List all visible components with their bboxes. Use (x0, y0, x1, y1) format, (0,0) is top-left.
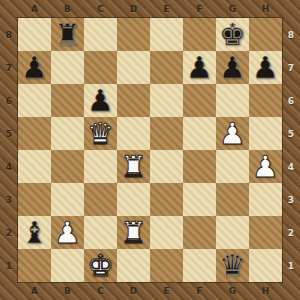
square-f2[interactable] (183, 216, 216, 249)
coord-label-file-top-b: B (51, 0, 84, 18)
piece-black-king[interactable]: ♚ (216, 18, 249, 51)
coord-label-rank-left-5: 5 (0, 117, 18, 150)
coord-label-file-bottom-c: C (84, 282, 117, 300)
coord-label-rank-right-4: 4 (282, 150, 300, 183)
square-g7[interactable]: ♟ (216, 51, 249, 84)
square-h8[interactable] (249, 18, 282, 51)
square-d2[interactable]: ♜ (117, 216, 150, 249)
square-c5[interactable]: ♛ (84, 117, 117, 150)
coord-label-rank-left-8: 8 (0, 18, 18, 51)
square-h5[interactable] (249, 117, 282, 150)
square-e2[interactable] (150, 216, 183, 249)
square-e8[interactable] (150, 18, 183, 51)
square-c4[interactable] (84, 150, 117, 183)
file-labels-bottom: ABCDEFGH (18, 282, 282, 300)
coord-label-rank-left-4: 4 (0, 150, 18, 183)
square-f4[interactable] (183, 150, 216, 183)
square-a8[interactable] (18, 18, 51, 51)
coord-label-file-bottom-f: F (183, 282, 216, 300)
square-g2[interactable] (216, 216, 249, 249)
square-d6[interactable] (117, 84, 150, 117)
square-a5[interactable] (18, 117, 51, 150)
coord-label-rank-right-2: 2 (282, 216, 300, 249)
square-h7[interactable]: ♟ (249, 51, 282, 84)
square-c3[interactable] (84, 183, 117, 216)
coord-label-rank-right-8: 8 (282, 18, 300, 51)
square-c8[interactable] (84, 18, 117, 51)
square-e4[interactable] (150, 150, 183, 183)
square-h3[interactable] (249, 183, 282, 216)
rank-labels-left: 87654321 (0, 18, 18, 282)
square-e3[interactable] (150, 183, 183, 216)
square-b7[interactable] (51, 51, 84, 84)
square-f8[interactable] (183, 18, 216, 51)
piece-white-rook[interactable]: ♜ (117, 216, 150, 249)
square-c7[interactable] (84, 51, 117, 84)
piece-white-pawn[interactable]: ♟ (51, 216, 84, 249)
square-e1[interactable] (150, 249, 183, 282)
square-b3[interactable] (51, 183, 84, 216)
coord-label-rank-right-5: 5 (282, 117, 300, 150)
square-f1[interactable] (183, 249, 216, 282)
piece-white-pawn[interactable]: ♟ (249, 150, 282, 183)
square-b6[interactable] (51, 84, 84, 117)
coord-label-rank-left-2: 2 (0, 216, 18, 249)
coord-label-file-top-g: G (216, 0, 249, 18)
square-f6[interactable] (183, 84, 216, 117)
coord-label-rank-right-3: 3 (282, 183, 300, 216)
square-h2[interactable] (249, 216, 282, 249)
square-d3[interactable] (117, 183, 150, 216)
square-g1[interactable]: ♛ (216, 249, 249, 282)
square-c2[interactable] (84, 216, 117, 249)
square-f3[interactable] (183, 183, 216, 216)
square-h1[interactable] (249, 249, 282, 282)
chess-board-frame: ABCDEFGH ABCDEFGH 87654321 87654321 ♜♚♟♟… (0, 0, 300, 300)
coord-label-file-top-a: A (18, 0, 51, 18)
piece-black-bishop[interactable]: ♝ (18, 216, 51, 249)
piece-black-pawn[interactable]: ♟ (216, 51, 249, 84)
coord-label-file-bottom-h: H (249, 282, 282, 300)
piece-white-pawn[interactable]: ♟ (216, 117, 249, 150)
square-a6[interactable] (18, 84, 51, 117)
square-f5[interactable] (183, 117, 216, 150)
piece-black-pawn[interactable]: ♟ (183, 51, 216, 84)
square-h4[interactable]: ♟ (249, 150, 282, 183)
piece-black-queen[interactable]: ♛ (216, 249, 249, 282)
square-a3[interactable] (18, 183, 51, 216)
square-g8[interactable]: ♚ (216, 18, 249, 51)
square-d8[interactable] (117, 18, 150, 51)
square-g4[interactable] (216, 150, 249, 183)
square-a4[interactable] (18, 150, 51, 183)
square-g5[interactable]: ♟ (216, 117, 249, 150)
square-a1[interactable] (18, 249, 51, 282)
piece-black-rook[interactable]: ♜ (51, 18, 84, 51)
coord-label-file-top-e: E (150, 0, 183, 18)
coord-label-file-bottom-a: A (18, 282, 51, 300)
square-e5[interactable] (150, 117, 183, 150)
square-b8[interactable]: ♜ (51, 18, 84, 51)
square-b1[interactable] (51, 249, 84, 282)
square-h6[interactable] (249, 84, 282, 117)
coord-label-file-bottom-d: D (117, 282, 150, 300)
piece-white-rook[interactable]: ♜ (117, 150, 150, 183)
square-a7[interactable]: ♟ (18, 51, 51, 84)
coord-label-file-bottom-e: E (150, 282, 183, 300)
coord-label-rank-left-1: 1 (0, 249, 18, 282)
square-f7[interactable]: ♟ (183, 51, 216, 84)
coord-label-rank-right-6: 6 (282, 84, 300, 117)
piece-white-queen[interactable]: ♛ (84, 117, 117, 150)
coord-label-rank-left-3: 3 (0, 183, 18, 216)
piece-white-king[interactable]: ♚ (84, 249, 117, 282)
square-g3[interactable] (216, 183, 249, 216)
square-b5[interactable] (51, 117, 84, 150)
piece-black-pawn[interactable]: ♟ (18, 51, 51, 84)
square-d7[interactable] (117, 51, 150, 84)
coord-label-file-bottom-g: G (216, 282, 249, 300)
coord-label-rank-right-1: 1 (282, 249, 300, 282)
coord-label-file-top-c: C (84, 0, 117, 18)
chess-board: ♜♚♟♟♟♟♟♛♟♜♟♝♟♜♚♛ (18, 18, 282, 282)
square-e6[interactable] (150, 84, 183, 117)
coord-label-rank-left-7: 7 (0, 51, 18, 84)
coord-label-file-top-d: D (117, 0, 150, 18)
square-c6[interactable]: ♟ (84, 84, 117, 117)
coord-label-rank-right-7: 7 (282, 51, 300, 84)
rank-labels-right: 87654321 (282, 18, 300, 282)
piece-black-pawn[interactable]: ♟ (249, 51, 282, 84)
coord-label-rank-left-6: 6 (0, 84, 18, 117)
square-d1[interactable] (117, 249, 150, 282)
coord-label-file-bottom-b: B (51, 282, 84, 300)
square-b4[interactable] (51, 150, 84, 183)
piece-black-pawn[interactable]: ♟ (84, 84, 117, 117)
square-e7[interactable] (150, 51, 183, 84)
square-b2[interactable]: ♟ (51, 216, 84, 249)
square-g6[interactable] (216, 84, 249, 117)
square-d4[interactable]: ♜ (117, 150, 150, 183)
square-a2[interactable]: ♝ (18, 216, 51, 249)
file-labels-top: ABCDEFGH (18, 0, 282, 18)
square-d5[interactable] (117, 117, 150, 150)
square-c1[interactable]: ♚ (84, 249, 117, 282)
coord-label-file-top-f: F (183, 0, 216, 18)
coord-label-file-top-h: H (249, 0, 282, 18)
